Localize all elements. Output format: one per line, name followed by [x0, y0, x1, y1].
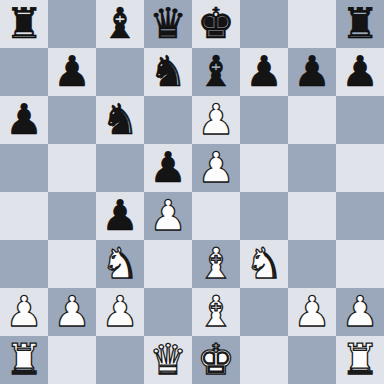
square-h1[interactable]: ♜: [336, 336, 384, 384]
piece-white-king[interactable]: ♚: [197, 336, 235, 384]
square-h3[interactable]: [336, 240, 384, 288]
piece-black-rook[interactable]: ♜: [341, 0, 379, 48]
square-d3[interactable]: [144, 240, 192, 288]
piece-black-pawn[interactable]: ♟: [245, 48, 283, 96]
piece-black-knight[interactable]: ♞: [101, 96, 139, 144]
square-f8[interactable]: [240, 0, 288, 48]
square-e2[interactable]: ♝: [192, 288, 240, 336]
square-b6[interactable]: [48, 96, 96, 144]
square-f6[interactable]: [240, 96, 288, 144]
piece-white-pawn[interactable]: ♟: [197, 144, 235, 192]
piece-white-pawn[interactable]: ♟: [53, 288, 91, 336]
piece-white-pawn[interactable]: ♟: [293, 288, 331, 336]
piece-white-pawn[interactable]: ♟: [101, 288, 139, 336]
square-g8[interactable]: [288, 0, 336, 48]
square-b5[interactable]: [48, 144, 96, 192]
square-d1[interactable]: ♛: [144, 336, 192, 384]
square-a5[interactable]: [0, 144, 48, 192]
piece-black-rook[interactable]: ♜: [5, 0, 43, 48]
square-c6[interactable]: ♞: [96, 96, 144, 144]
piece-white-knight[interactable]: ♞: [101, 240, 139, 288]
piece-black-pawn[interactable]: ♟: [149, 144, 187, 192]
square-d6[interactable]: [144, 96, 192, 144]
piece-black-bishop[interactable]: ♝: [101, 0, 139, 48]
square-c5[interactable]: [96, 144, 144, 192]
piece-black-pawn[interactable]: ♟: [5, 96, 43, 144]
piece-black-queen[interactable]: ♛: [149, 0, 187, 48]
square-f3[interactable]: ♞: [240, 240, 288, 288]
square-e1[interactable]: ♚: [192, 336, 240, 384]
square-h8[interactable]: ♜: [336, 0, 384, 48]
square-d2[interactable]: [144, 288, 192, 336]
square-a8[interactable]: ♜: [0, 0, 48, 48]
piece-white-rook[interactable]: ♜: [341, 336, 379, 384]
square-f7[interactable]: ♟: [240, 48, 288, 96]
square-e8[interactable]: ♚: [192, 0, 240, 48]
square-h6[interactable]: [336, 96, 384, 144]
square-a1[interactable]: ♜: [0, 336, 48, 384]
square-b3[interactable]: [48, 240, 96, 288]
square-b7[interactable]: ♟: [48, 48, 96, 96]
square-h4[interactable]: [336, 192, 384, 240]
square-a3[interactable]: [0, 240, 48, 288]
square-g1[interactable]: [288, 336, 336, 384]
square-a7[interactable]: [0, 48, 48, 96]
piece-white-pawn[interactable]: ♟: [149, 192, 187, 240]
piece-white-pawn[interactable]: ♟: [341, 288, 379, 336]
square-e5[interactable]: ♟: [192, 144, 240, 192]
square-h7[interactable]: ♟: [336, 48, 384, 96]
piece-white-bishop[interactable]: ♝: [197, 288, 235, 336]
square-f4[interactable]: [240, 192, 288, 240]
square-d8[interactable]: ♛: [144, 0, 192, 48]
square-b1[interactable]: [48, 336, 96, 384]
piece-black-king[interactable]: ♚: [197, 0, 235, 48]
piece-black-pawn[interactable]: ♟: [53, 48, 91, 96]
square-b8[interactable]: [48, 0, 96, 48]
piece-white-pawn[interactable]: ♟: [5, 288, 43, 336]
square-g6[interactable]: [288, 96, 336, 144]
piece-black-pawn[interactable]: ♟: [293, 48, 331, 96]
square-a4[interactable]: [0, 192, 48, 240]
square-h5[interactable]: [336, 144, 384, 192]
piece-white-knight[interactable]: ♞: [245, 240, 283, 288]
square-g2[interactable]: ♟: [288, 288, 336, 336]
square-a6[interactable]: ♟: [0, 96, 48, 144]
piece-white-bishop[interactable]: ♝: [197, 240, 235, 288]
square-b4[interactable]: [48, 192, 96, 240]
square-e6[interactable]: ♟: [192, 96, 240, 144]
square-c4[interactable]: ♟: [96, 192, 144, 240]
square-f2[interactable]: [240, 288, 288, 336]
piece-black-knight[interactable]: ♞: [149, 48, 187, 96]
piece-white-queen[interactable]: ♛: [149, 336, 187, 384]
square-d7[interactable]: ♞: [144, 48, 192, 96]
square-g4[interactable]: [288, 192, 336, 240]
square-g7[interactable]: ♟: [288, 48, 336, 96]
square-f1[interactable]: [240, 336, 288, 384]
square-f5[interactable]: [240, 144, 288, 192]
square-c3[interactable]: ♞: [96, 240, 144, 288]
piece-white-rook[interactable]: ♜: [5, 336, 43, 384]
piece-black-pawn[interactable]: ♟: [101, 192, 139, 240]
square-e3[interactable]: ♝: [192, 240, 240, 288]
square-c1[interactable]: [96, 336, 144, 384]
square-a2[interactable]: ♟: [0, 288, 48, 336]
square-e7[interactable]: ♝: [192, 48, 240, 96]
square-e4[interactable]: [192, 192, 240, 240]
square-h2[interactable]: ♟: [336, 288, 384, 336]
square-g5[interactable]: [288, 144, 336, 192]
square-d5[interactable]: ♟: [144, 144, 192, 192]
square-c8[interactable]: ♝: [96, 0, 144, 48]
square-b2[interactable]: ♟: [48, 288, 96, 336]
piece-black-pawn[interactable]: ♟: [341, 48, 379, 96]
piece-white-pawn[interactable]: ♟: [197, 96, 235, 144]
square-g3[interactable]: [288, 240, 336, 288]
square-c7[interactable]: [96, 48, 144, 96]
square-c2[interactable]: ♟: [96, 288, 144, 336]
chess-board: ♜♝♛♚♜♟♞♝♟♟♟♟♞♟♟♟♟♟♞♝♞♟♟♟♝♟♟♜♛♚♜: [0, 0, 384, 384]
piece-black-bishop[interactable]: ♝: [197, 48, 235, 96]
square-d4[interactable]: ♟: [144, 192, 192, 240]
